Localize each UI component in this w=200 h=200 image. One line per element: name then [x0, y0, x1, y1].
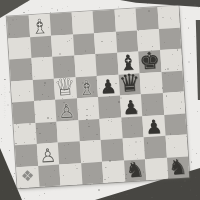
grain-speck	[1, 141, 2, 142]
square-g2[interactable]	[144, 136, 167, 159]
square-f8[interactable]	[114, 8, 137, 31]
grain-speck	[14, 173, 15, 174]
grain-speck	[144, 185, 145, 186]
square-b7[interactable]	[30, 35, 53, 58]
square-h6[interactable]	[160, 49, 183, 72]
grain-speck	[191, 161, 193, 163]
square-c7[interactable]	[51, 34, 74, 57]
grain-speck	[3, 169, 4, 170]
square-a7[interactable]	[8, 37, 31, 60]
square-b1[interactable]	[38, 164, 61, 187]
square-b5[interactable]	[32, 78, 55, 101]
square-h4[interactable]	[162, 92, 185, 115]
square-f1[interactable]: ♞	[124, 159, 147, 182]
grain-speck	[196, 195, 198, 197]
grain-speck	[126, 0, 127, 1]
square-g5[interactable]	[140, 71, 163, 94]
photo-edge-right	[193, 20, 200, 100]
square-c5[interactable]: ♕	[54, 77, 77, 100]
square-a8[interactable]	[7, 15, 30, 38]
grain-speck	[27, 1, 28, 2]
grain-speck	[196, 153, 197, 154]
grain-speck	[119, 194, 120, 195]
grain-speck	[4, 25, 5, 26]
square-d5[interactable]: ♗	[75, 76, 98, 99]
square-e1[interactable]	[102, 160, 125, 183]
grain-speck	[188, 27, 190, 29]
grain-speck	[198, 7, 199, 8]
piece-white-queen-c5[interactable]: ♕	[54, 74, 77, 99]
square-d2[interactable]	[79, 140, 102, 163]
grain-speck	[17, 7, 19, 9]
square-b6[interactable]	[31, 57, 54, 80]
grain-speck	[67, 6, 68, 7]
square-e2[interactable]	[101, 139, 124, 162]
square-g3[interactable]: ♟	[142, 114, 165, 137]
piece-black-queen-f5[interactable]: ♛	[118, 70, 141, 95]
square-g6[interactable]: ♚	[138, 50, 161, 73]
grain-speck	[62, 8, 63, 9]
square-e7[interactable]	[94, 31, 117, 54]
grain-speck	[23, 12, 24, 13]
grain-speck	[2, 190, 3, 191]
square-e5[interactable]: ♟	[97, 74, 120, 97]
square-c4[interactable]: ♙	[55, 98, 78, 121]
square-c2[interactable]	[58, 141, 81, 164]
piece-white-pawn-b2[interactable]: ♙	[39, 145, 57, 165]
square-h7[interactable]	[158, 27, 181, 50]
grain-speck	[190, 189, 192, 191]
grain-speck	[192, 149, 193, 150]
square-b4[interactable]	[34, 100, 57, 123]
square-a5[interactable]	[11, 80, 34, 103]
square-a4[interactable]	[12, 101, 35, 124]
piece-white-king-a1[interactable]: ❖	[20, 169, 34, 185]
grain-speck	[194, 36, 196, 38]
grain-speck	[90, 184, 91, 185]
grain-speck	[126, 194, 127, 195]
grain-speck	[10, 125, 12, 127]
square-g4[interactable]	[141, 93, 164, 116]
photo-of-chessboard: ·:·:·:·:·:·:·:· ♗♝♚♕♗♟♛♙♟♟♙❖♞♞	[0, 0, 200, 200]
grain-speck	[151, 197, 152, 198]
grain-speck	[12, 189, 13, 190]
chess-board[interactable]: ♗♝♚♕♗♟♛♙♟♟♙❖♞♞	[7, 6, 189, 188]
square-c3[interactable]	[56, 120, 79, 143]
grain-speck	[185, 18, 186, 19]
square-g1[interactable]	[145, 157, 168, 180]
square-h1[interactable]: ♞	[166, 156, 189, 179]
square-g8[interactable]	[136, 7, 159, 30]
piece-black-pawn-g3[interactable]: ♟	[145, 117, 163, 137]
grain-speck	[98, 189, 100, 191]
square-e6[interactable]	[95, 53, 118, 76]
square-f4[interactable]: ♟	[119, 94, 142, 117]
grain-speck	[194, 4, 196, 6]
grain-speck	[181, 186, 182, 187]
grain-speck	[197, 111, 198, 112]
grain-speck	[187, 125, 188, 126]
square-d4[interactable]	[77, 97, 100, 120]
grain-speck	[57, 9, 59, 11]
grain-speck	[39, 195, 40, 196]
square-e4[interactable]	[98, 96, 121, 119]
square-h8[interactable]	[157, 6, 180, 29]
piece-black-pawn-e5[interactable]: ♟	[99, 77, 117, 97]
square-b8[interactable]: ♗	[28, 14, 51, 37]
square-c8[interactable]	[50, 13, 73, 36]
piece-black-knight-h1[interactable]: ♞	[168, 157, 188, 179]
square-a1[interactable]: ❖	[16, 165, 39, 188]
square-d8[interactable]	[71, 11, 94, 34]
grain-speck	[24, 198, 25, 199]
square-b3[interactable]	[35, 121, 58, 144]
grain-speck	[99, 7, 100, 8]
square-c1[interactable]	[59, 163, 82, 186]
grain-speck	[28, 10, 29, 11]
grain-speck	[147, 3, 148, 4]
grain-speck	[112, 197, 113, 198]
grain-speck	[41, 6, 42, 7]
grain-speck	[9, 150, 10, 151]
grain-speck	[1, 138, 2, 139]
square-d1[interactable]	[81, 161, 104, 184]
square-b2[interactable]: ♙	[36, 143, 59, 166]
grain-speck	[114, 197, 115, 198]
square-d6[interactable]	[74, 54, 97, 77]
square-f3[interactable]	[121, 116, 144, 139]
grain-speck	[51, 8, 52, 9]
margin-watermark-text: ·:·:·:·:·:·:·:·	[2, 58, 10, 118]
piece-white-bishop-b8[interactable]: ♗	[30, 15, 49, 36]
grain-speck	[187, 81, 188, 82]
square-d3[interactable]	[78, 118, 101, 141]
piece-white-bishop-d5[interactable]: ♗	[77, 77, 96, 98]
grain-speck	[13, 176, 14, 177]
piece-white-pawn-c4[interactable]: ♙	[57, 101, 75, 121]
piece-black-knight-f1[interactable]: ♞	[125, 159, 145, 181]
grain-speck	[184, 180, 186, 182]
square-h3[interactable]	[164, 113, 187, 136]
square-d7[interactable]	[72, 33, 95, 56]
grain-speck	[44, 193, 45, 194]
grain-speck	[188, 61, 190, 63]
piece-black-king-g6[interactable]: ♚	[139, 49, 161, 73]
piece-black-pawn-f4[interactable]: ♟	[122, 97, 140, 117]
square-a3[interactable]	[14, 123, 37, 146]
square-e3[interactable]	[99, 117, 122, 140]
square-a2[interactable]	[15, 144, 38, 167]
grain-speck	[190, 53, 191, 54]
square-h5[interactable]	[161, 70, 184, 93]
grain-speck	[197, 50, 198, 51]
square-e8[interactable]	[93, 10, 116, 33]
square-f5[interactable]: ♛	[118, 73, 141, 96]
grain-speck	[118, 6, 120, 8]
grain-speck	[195, 177, 196, 178]
square-a6[interactable]	[9, 58, 32, 81]
